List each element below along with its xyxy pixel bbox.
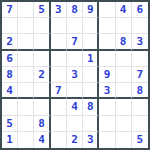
sudoku-cell-r6c1[interactable]: 4 <box>2 83 18 99</box>
sudoku-cell-r9c9[interactable]: 5 <box>132 132 148 148</box>
sudoku-cell-r3c5[interactable]: 7 <box>67 34 83 50</box>
sudoku-cell-r5c9[interactable]: 7 <box>132 67 148 83</box>
sudoku-cell-r5c2[interactable] <box>18 67 34 83</box>
sudoku-cell-r9c5[interactable]: 2 <box>67 132 83 148</box>
sudoku-cell-r6c5[interactable] <box>67 83 83 99</box>
sudoku-cell-r8c1[interactable]: 5 <box>2 116 18 132</box>
sudoku-cell-r4c5[interactable] <box>67 51 83 67</box>
sudoku-cell-r2c8[interactable] <box>116 18 132 34</box>
sudoku-cell-r1c3[interactable]: 5 <box>34 2 50 18</box>
sudoku-cell-r9c3[interactable]: 4 <box>34 132 50 148</box>
sudoku-cell-r5c7[interactable]: 9 <box>99 67 115 83</box>
sudoku-cell-r6c8[interactable] <box>116 83 132 99</box>
sudoku-cell-r2c2[interactable] <box>18 18 34 34</box>
sudoku-cell-r7c2[interactable] <box>18 99 34 115</box>
sudoku-cell-r3c7[interactable] <box>99 34 115 50</box>
sudoku-cell-r8c3[interactable]: 8 <box>34 116 50 132</box>
sudoku-cell-r8c5[interactable] <box>67 116 83 132</box>
sudoku-cell-r5c4[interactable] <box>51 67 67 83</box>
sudoku-cell-r6c6[interactable] <box>83 83 99 99</box>
sudoku-cell-r4c3[interactable] <box>34 51 50 67</box>
sudoku-cell-r2c3[interactable] <box>34 18 50 34</box>
sudoku-cell-r6c9[interactable]: 8 <box>132 83 148 99</box>
sudoku-cell-r4c9[interactable] <box>132 51 148 67</box>
sudoku-cell-r3c6[interactable] <box>83 34 99 50</box>
sudoku-cell-r1c8[interactable]: 4 <box>116 2 132 18</box>
sudoku-cell-r8c9[interactable] <box>132 116 148 132</box>
sudoku-cell-r5c6[interactable] <box>83 67 99 83</box>
sudoku-cell-r3c2[interactable] <box>18 34 34 50</box>
sudoku-cell-r7c1[interactable] <box>2 99 18 115</box>
sudoku-cell-r2c9[interactable] <box>132 18 148 34</box>
sudoku-cell-r7c5[interactable]: 4 <box>67 99 83 115</box>
sudoku-cell-r1c9[interactable]: 6 <box>132 2 148 18</box>
sudoku-cell-r5c3[interactable]: 2 <box>34 67 50 83</box>
sudoku-cell-r9c7[interactable] <box>99 132 115 148</box>
sudoku-cell-r9c8[interactable] <box>116 132 132 148</box>
sudoku-cell-r2c7[interactable] <box>99 18 115 34</box>
sudoku-cell-r9c2[interactable] <box>18 132 34 148</box>
sudoku-cell-r4c1[interactable]: 6 <box>2 51 18 67</box>
sudoku-cell-r7c8[interactable] <box>116 99 132 115</box>
sudoku-cell-r7c6[interactable]: 8 <box>83 99 99 115</box>
sudoku-cell-r1c5[interactable]: 8 <box>67 2 83 18</box>
sudoku-cell-r1c4[interactable]: 3 <box>51 2 67 18</box>
sudoku-cell-r1c1[interactable]: 7 <box>2 2 18 18</box>
sudoku-cell-r8c4[interactable] <box>51 116 67 132</box>
sudoku-cell-r8c2[interactable] <box>18 116 34 132</box>
sudoku-cell-r8c7[interactable] <box>99 116 115 132</box>
sudoku-cell-r1c2[interactable] <box>18 2 34 18</box>
sudoku-cell-r6c3[interactable] <box>34 83 50 99</box>
sudoku-cell-r7c3[interactable] <box>34 99 50 115</box>
sudoku-cell-r9c1[interactable]: 1 <box>2 132 18 148</box>
sudoku-cell-r4c7[interactable] <box>99 51 115 67</box>
sudoku-cell-r3c4[interactable] <box>51 34 67 50</box>
sudoku-cell-r1c7[interactable] <box>99 2 115 18</box>
sudoku-cell-r8c6[interactable] <box>83 116 99 132</box>
sudoku-cell-r5c1[interactable]: 8 <box>2 67 18 83</box>
sudoku-cell-r1c6[interactable]: 9 <box>83 2 99 18</box>
sudoku-cell-r4c2[interactable] <box>18 51 34 67</box>
sudoku-cell-r4c8[interactable] <box>116 51 132 67</box>
sudoku-cell-r3c8[interactable]: 8 <box>116 34 132 50</box>
sudoku-cell-r3c9[interactable]: 3 <box>132 34 148 50</box>
sudoku-cell-r4c6[interactable]: 1 <box>83 51 99 67</box>
sudoku-cell-r4c4[interactable] <box>51 51 67 67</box>
sudoku-cell-r3c3[interactable] <box>34 34 50 50</box>
sudoku-cell-r9c6[interactable]: 3 <box>83 132 99 148</box>
sudoku-board: 7538946278361823974738485814235 <box>0 0 150 150</box>
sudoku-cell-r7c4[interactable] <box>51 99 67 115</box>
sudoku-cell-r6c4[interactable]: 7 <box>51 83 67 99</box>
sudoku-cell-r6c7[interactable]: 3 <box>99 83 115 99</box>
sudoku-cell-r2c5[interactable] <box>67 18 83 34</box>
sudoku-cell-r7c9[interactable] <box>132 99 148 115</box>
sudoku-cell-r9c4[interactable] <box>51 132 67 148</box>
sudoku-cell-r7c7[interactable] <box>99 99 115 115</box>
sudoku-cell-r5c5[interactable]: 3 <box>67 67 83 83</box>
sudoku-cell-r3c1[interactable]: 2 <box>2 34 18 50</box>
sudoku-cell-r2c1[interactable] <box>2 18 18 34</box>
sudoku-cell-r5c8[interactable] <box>116 67 132 83</box>
sudoku-cell-r6c2[interactable] <box>18 83 34 99</box>
sudoku-cell-r8c8[interactable] <box>116 116 132 132</box>
sudoku-cell-r2c6[interactable] <box>83 18 99 34</box>
sudoku-cell-r2c4[interactable] <box>51 18 67 34</box>
